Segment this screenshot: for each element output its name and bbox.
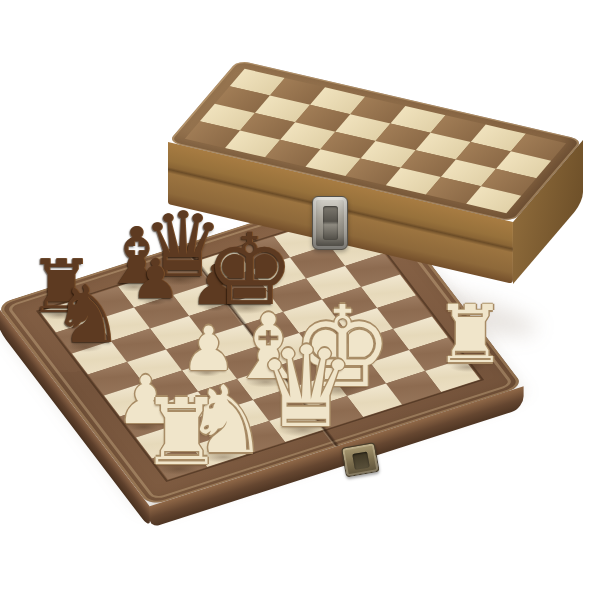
piece-light-rook-h1[interactable]: ♜ <box>140 387 222 479</box>
box-clasp-latch[interactable] <box>312 196 348 250</box>
box-clasp-slot <box>323 206 338 240</box>
piece-light-rook-h8[interactable]: ♜ <box>435 295 507 375</box>
piece-light-queen-g4[interactable]: ♛ <box>256 330 356 442</box>
piece-dark-knight-b1[interactable]: ♞ <box>52 276 124 356</box>
board-clasp-slot <box>352 452 370 470</box>
piece-dark-pawn-b3[interactable]: ♟ <box>131 252 180 307</box>
chess-set-product-photo: ♛♝♟♟♚♜♞♜♟♝♚♟♛♞♜ <box>0 0 600 600</box>
